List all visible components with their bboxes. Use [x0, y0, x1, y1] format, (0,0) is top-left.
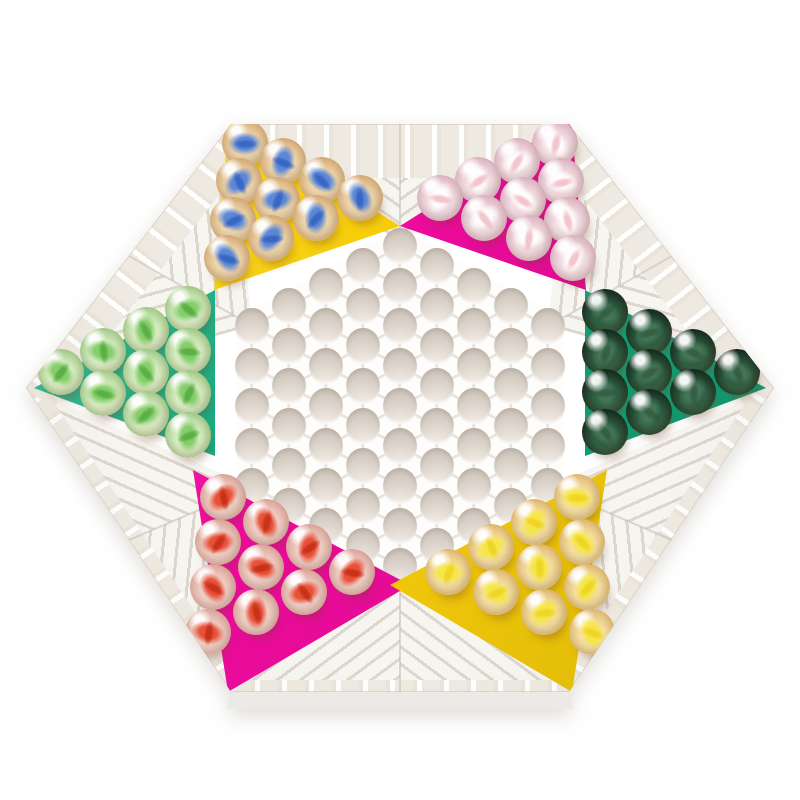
marble-dark-green[interactable] [626, 389, 672, 435]
product-photo [0, 0, 800, 800]
hole[interactable] [494, 288, 528, 324]
marble-red-swirl[interactable] [195, 519, 241, 565]
hole[interactable] [531, 308, 565, 344]
marble-yellow-swirl[interactable] [554, 474, 600, 520]
chinese-checkers-board [0, 0, 800, 800]
hole[interactable] [235, 348, 269, 384]
hole[interactable] [346, 408, 380, 444]
hole[interactable] [494, 328, 528, 364]
marble-swirl-streak [233, 139, 259, 149]
marble-red-swirl[interactable] [190, 564, 236, 610]
hole[interactable] [531, 428, 565, 464]
hole[interactable] [383, 268, 417, 304]
hole[interactable] [420, 288, 454, 324]
marble-dark-green[interactable] [714, 349, 760, 395]
hole[interactable] [494, 368, 528, 404]
hole[interactable] [383, 468, 417, 504]
hole[interactable] [420, 488, 454, 524]
hole[interactable] [309, 308, 343, 344]
hole[interactable] [457, 308, 491, 344]
marble-yellow-swirl[interactable] [425, 549, 471, 595]
hole[interactable] [309, 348, 343, 384]
hole[interactable] [383, 308, 417, 344]
hole[interactable] [494, 408, 528, 444]
marble-white-swirl[interactable] [417, 175, 463, 221]
marble-white-swirl[interactable] [506, 215, 552, 261]
hole[interactable] [235, 388, 269, 424]
marble-light-green[interactable] [165, 412, 211, 458]
hole[interactable] [272, 408, 306, 444]
hole[interactable] [346, 488, 380, 524]
hole[interactable] [457, 348, 491, 384]
marble-red-swirl[interactable] [329, 549, 375, 595]
hole[interactable] [457, 388, 491, 424]
hole[interactable] [420, 408, 454, 444]
hole[interactable] [383, 428, 417, 464]
marble-yellow-swirl[interactable] [468, 524, 514, 570]
hole[interactable] [346, 448, 380, 484]
marble-yellow-swirl[interactable] [569, 609, 615, 655]
marble-red-swirl[interactable] [286, 524, 332, 570]
marble-red-swirl[interactable] [185, 609, 231, 655]
hole[interactable] [457, 428, 491, 464]
marble-red-swirl[interactable] [238, 544, 284, 590]
marble-white-swirl[interactable] [550, 235, 596, 281]
marble-light-green[interactable] [123, 307, 169, 353]
marble-red-swirl[interactable] [200, 474, 246, 520]
marble-blue-swirl[interactable] [337, 175, 383, 221]
hole[interactable] [531, 388, 565, 424]
hole[interactable] [272, 448, 306, 484]
hole[interactable] [383, 388, 417, 424]
hole[interactable] [420, 448, 454, 484]
marble-swirl-streak [534, 555, 545, 581]
marble-light-green[interactable] [123, 391, 169, 437]
marble-red-swirl[interactable] [281, 569, 327, 615]
hole[interactable] [383, 348, 417, 384]
hole[interactable] [494, 448, 528, 484]
marble-red-swirl[interactable] [243, 499, 289, 545]
hole[interactable] [346, 328, 380, 364]
marble-light-green[interactable] [123, 349, 169, 395]
hole[interactable] [346, 288, 380, 324]
hole[interactable] [309, 428, 343, 464]
marble-light-green[interactable] [38, 349, 84, 395]
marble-yellow-swirl[interactable] [521, 589, 567, 635]
hole[interactable] [420, 328, 454, 364]
marble-blue-swirl[interactable] [293, 195, 339, 241]
marble-light-green[interactable] [165, 286, 211, 332]
hole[interactable] [346, 368, 380, 404]
hole[interactable] [383, 508, 417, 544]
hole[interactable] [457, 468, 491, 504]
marble-yellow-swirl[interactable] [559, 519, 605, 565]
hole[interactable] [309, 468, 343, 504]
hole[interactable] [383, 228, 417, 264]
marble-yellow-swirl[interactable] [564, 564, 610, 610]
hole[interactable] [420, 368, 454, 404]
marble-blue-swirl[interactable] [204, 235, 250, 281]
marble-yellow-swirl[interactable] [516, 544, 562, 590]
marble-light-green[interactable] [80, 370, 126, 416]
hole[interactable] [309, 268, 343, 304]
marble-light-green[interactable] [165, 328, 211, 374]
hole[interactable] [235, 428, 269, 464]
marble-dark-green[interactable] [582, 409, 628, 455]
marble-yellow-swirl[interactable] [473, 569, 519, 615]
hole[interactable] [235, 308, 269, 344]
marble-blue-swirl[interactable] [248, 215, 294, 261]
marble-dark-green[interactable] [670, 369, 716, 415]
hole[interactable] [420, 248, 454, 284]
marble-light-green[interactable] [165, 370, 211, 416]
game-tray [0, 0, 800, 800]
hole[interactable] [272, 368, 306, 404]
marble-light-green[interactable] [80, 328, 126, 374]
hole[interactable] [531, 348, 565, 384]
hole[interactable] [272, 328, 306, 364]
marble-red-swirl[interactable] [233, 589, 279, 635]
marble-white-swirl[interactable] [461, 195, 507, 241]
hole[interactable] [457, 268, 491, 304]
hole[interactable] [346, 248, 380, 284]
marble-yellow-swirl[interactable] [511, 499, 557, 545]
hole[interactable] [309, 388, 343, 424]
hole[interactable] [272, 288, 306, 324]
